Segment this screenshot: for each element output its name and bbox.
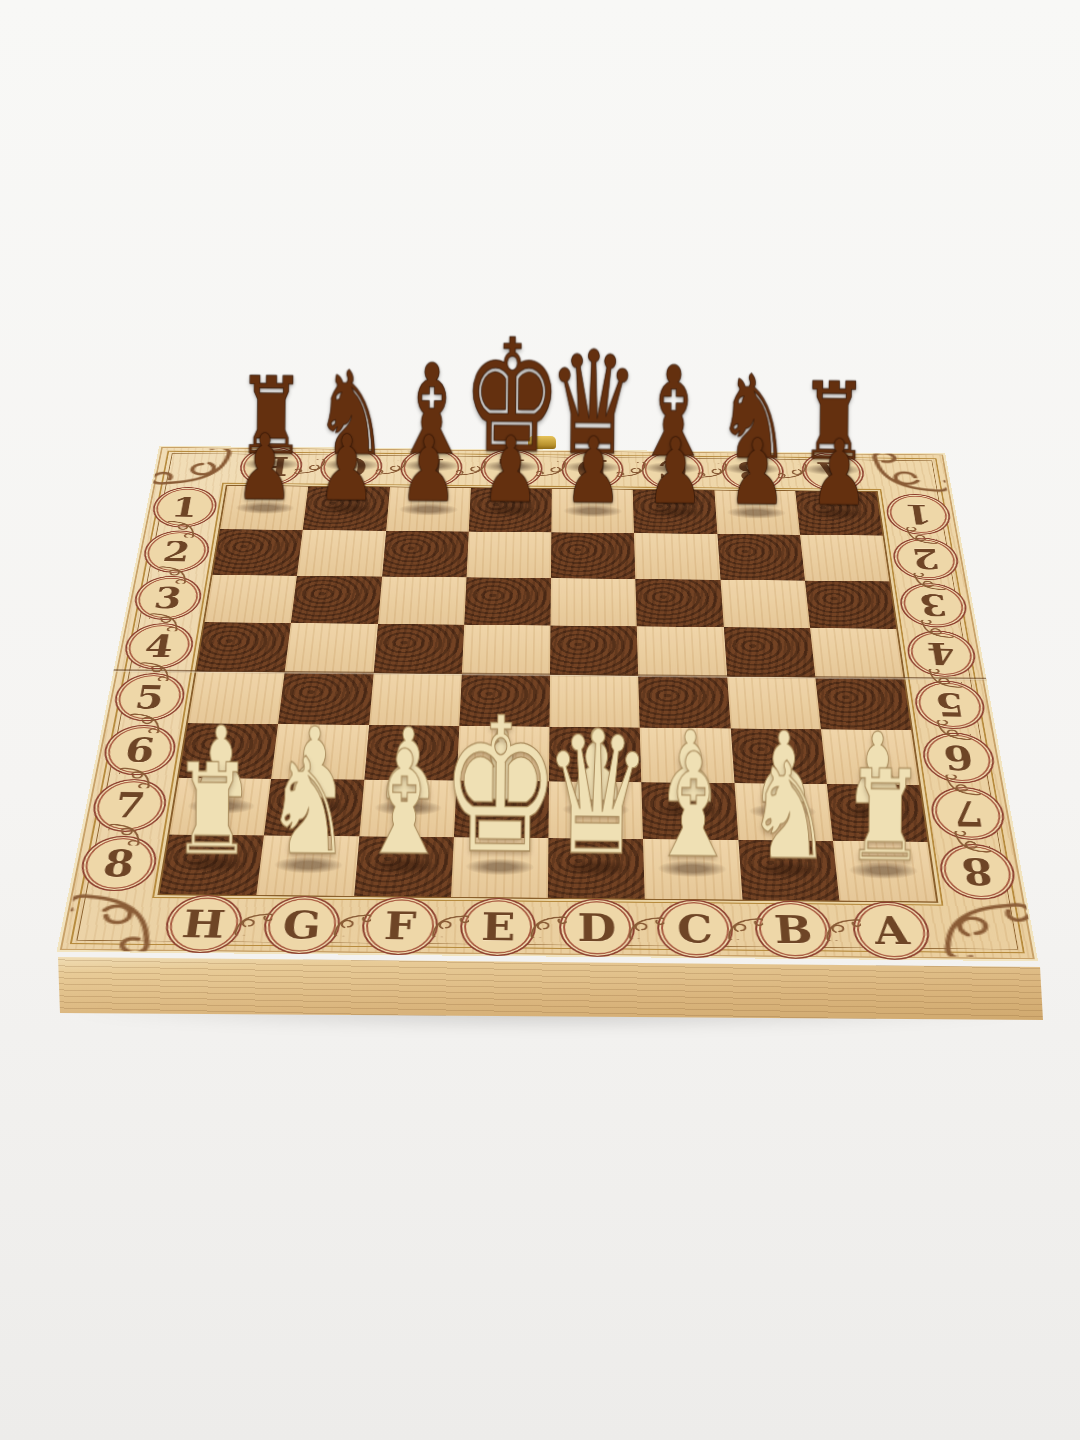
light-king-glyph: ♚: [440, 692, 561, 880]
dark-pawn-glyph: ♟: [399, 423, 458, 514]
rank-label-right-2: 2: [890, 537, 961, 580]
rank-label-right-8: 8: [936, 844, 1019, 900]
coordinate-label: 2: [161, 537, 193, 565]
rank-label-right-4: 4: [904, 631, 979, 678]
coordinate-label: 1: [903, 501, 933, 528]
coordinate-label: 3: [152, 583, 184, 612]
rank-label-left-1: 1: [149, 487, 220, 528]
dark-pawn-glyph: ♟: [317, 423, 376, 514]
square-f2[interactable]: [382, 531, 469, 577]
dark-pawn-glyph: ♟: [481, 424, 540, 515]
square-e2[interactable]: [466, 532, 551, 578]
coordinate-label: 5: [133, 681, 167, 713]
rank-label-left-4: 4: [121, 623, 197, 670]
file-label-near-A: A: [850, 901, 933, 960]
square-a3[interactable]: [805, 580, 897, 628]
coordinate-label: B: [773, 910, 814, 949]
product-photo: HH11GG22FF33EE44DD55CC66BB77AA88♜♞♝♚♛♝♞♜…: [0, 0, 1080, 1440]
corner-flourish: [152, 445, 237, 489]
chess-board: HH11GG22FF33EE44DD55CC66BB77AA88♜♞♝♚♛♝♞♜…: [56, 446, 1038, 961]
square-g4[interactable]: [285, 623, 378, 673]
square-f4[interactable]: [373, 624, 464, 674]
square-a2[interactable]: [800, 535, 889, 581]
dark-pawn-glyph: ♟: [235, 422, 294, 513]
coordinate-label: 8: [959, 853, 995, 890]
coordinate-label: D: [577, 908, 616, 947]
rank-label-left-5: 5: [111, 673, 189, 722]
square-h2[interactable]: [213, 529, 303, 575]
coordinate-label: 3: [917, 590, 949, 619]
square-b2[interactable]: [717, 534, 805, 580]
rank-label-right-1: 1: [884, 494, 954, 535]
square-c4[interactable]: [637, 626, 727, 676]
square-d4[interactable]: [550, 625, 638, 675]
coordinate-label: G: [281, 906, 323, 945]
light-knight-glyph: ♞: [746, 744, 833, 879]
dark-pawn-glyph: ♟: [564, 425, 623, 516]
square-g3[interactable]: [291, 576, 382, 624]
file-label-near-E: E: [459, 898, 536, 957]
coordinate-label: E: [481, 907, 516, 946]
file-label-near-F: F: [360, 897, 440, 956]
light-knight-glyph: ♞: [264, 740, 351, 875]
corner-flourish: [54, 891, 167, 952]
square-d3[interactable]: [550, 578, 636, 626]
rank-label-left-6: 6: [100, 725, 180, 776]
rank-label-right-7: 7: [928, 787, 1009, 841]
rank-label-left-7: 7: [88, 779, 170, 832]
square-b3[interactable]: [720, 580, 810, 628]
rank-label-right-3: 3: [897, 583, 970, 628]
file-label-near-C: C: [656, 899, 735, 958]
corner-flourish: [864, 453, 954, 494]
square-d2[interactable]: [551, 532, 636, 578]
light-rook-glyph: ♜: [845, 753, 927, 879]
light-bishop-glyph: ♝: [646, 734, 739, 879]
dark-pawn-glyph: ♟: [728, 426, 787, 517]
square-h4[interactable]: [196, 622, 291, 672]
light-bishop-glyph: ♝: [358, 732, 451, 877]
square-e4[interactable]: [462, 625, 551, 675]
square-c3[interactable]: [636, 579, 724, 627]
coordinate-label: 4: [925, 638, 958, 669]
square-g2[interactable]: [297, 530, 386, 576]
coordinate-label: A: [872, 911, 912, 950]
coordinate-label: 6: [122, 733, 157, 767]
coordinate-label: C: [676, 909, 713, 948]
coordinate-label: 7: [112, 788, 148, 823]
coordinate-label: 2: [910, 545, 941, 573]
file-label-near-H: H: [161, 895, 245, 954]
file-label-near-D: D: [559, 898, 636, 957]
rank-label-left-3: 3: [131, 576, 205, 621]
square-a4[interactable]: [810, 628, 904, 678]
corner-flourish: [932, 897, 1037, 963]
square-h3[interactable]: [205, 575, 297, 623]
coordinate-label: 5: [933, 689, 967, 721]
file-label-near-G: G: [261, 896, 343, 955]
coordinate-label: 4: [142, 631, 175, 662]
coordinate-label: 8: [100, 845, 137, 882]
dark-pawn-glyph: ♟: [646, 426, 705, 517]
light-rook-glyph: ♜: [171, 747, 253, 873]
dark-pawn-glyph: ♟: [810, 427, 869, 518]
file-label-near-B: B: [753, 900, 834, 959]
coordinate-label: F: [383, 906, 417, 945]
rank-label-left-2: 2: [140, 530, 212, 573]
rank-label-left-8: 8: [76, 836, 160, 892]
square-c2[interactable]: [634, 533, 720, 579]
square-e3[interactable]: [464, 577, 551, 625]
coordinate-label: 7: [950, 796, 985, 831]
rank-label-right-6: 6: [919, 732, 998, 783]
square-f3[interactable]: [378, 576, 467, 624]
rank-label-right-5: 5: [912, 680, 989, 729]
coordinate-label: 1: [169, 494, 200, 521]
coordinate-label: H: [180, 905, 228, 944]
square-b4[interactable]: [723, 627, 815, 677]
coordinate-label: 6: [941, 741, 975, 775]
